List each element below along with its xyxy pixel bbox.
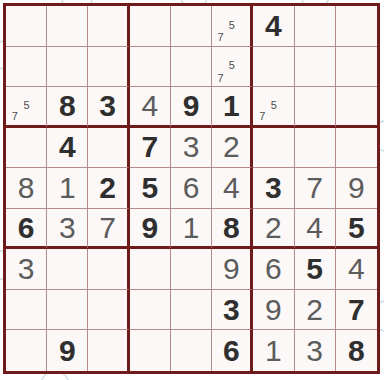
cell-r9c4[interactable]: [130, 330, 171, 371]
cell-r2c3[interactable]: [88, 47, 129, 88]
cell-r4c5[interactable]: 3: [171, 128, 212, 169]
cell-r6c7[interactable]: 2: [253, 209, 294, 250]
pencil-slot-3: [280, 88, 292, 100]
pencil-slot-8: [226, 72, 237, 84]
entered-digit: 4: [348, 254, 365, 284]
cell-r5c2[interactable]: 1: [47, 168, 88, 209]
cell-r9c3[interactable]: [88, 330, 129, 371]
cell-r3c4[interactable]: 4: [130, 87, 171, 128]
cell-r7c3[interactable]: [88, 249, 129, 290]
cell-r1c9[interactable]: [336, 6, 377, 47]
cell-r3c1[interactable]: 57: [6, 87, 47, 128]
cell-r9c7[interactable]: 1: [253, 330, 294, 371]
cell-r7c2[interactable]: [47, 249, 88, 290]
entered-digit: 7: [99, 213, 116, 243]
pencil-slot-3: [237, 48, 248, 60]
pencil-marks: 57: [9, 88, 44, 123]
cell-r6c8[interactable]: 4: [295, 209, 336, 250]
cell-r8c1[interactable]: [6, 290, 47, 331]
cell-r9c9[interactable]: 8: [336, 330, 377, 371]
pencil-slot-1: [256, 88, 268, 100]
pencil-slot-9: [32, 111, 44, 123]
entered-digit: 3: [306, 336, 323, 366]
given-digit: 2: [99, 173, 116, 203]
pencil-slot-4: [215, 19, 226, 31]
pencil-slot-7: 7: [9, 111, 21, 123]
pencil-slot-2: [21, 88, 33, 100]
cell-r2c5[interactable]: [171, 47, 212, 88]
cell-r6c5[interactable]: 1: [171, 209, 212, 250]
pencil-slot-7: 7: [256, 111, 268, 123]
cell-r1c6[interactable]: 57: [212, 6, 253, 47]
sudoku-board: 5745757834915747328125643796379182453965…: [3, 3, 380, 374]
cell-r7c5[interactable]: [171, 249, 212, 290]
pencil-slot-9: [280, 111, 292, 123]
cell-r9c5[interactable]: [171, 330, 212, 371]
cell-r5c6[interactable]: 4: [212, 168, 253, 209]
entered-digit: 4: [141, 91, 158, 121]
pencil-slot-8: [268, 111, 280, 123]
given-digit: 3: [265, 173, 282, 203]
entered-digit: 6: [265, 254, 282, 284]
cell-r1c5[interactable]: [171, 6, 212, 47]
entered-digit: 3: [18, 254, 35, 284]
cell-r8c3[interactable]: [88, 290, 129, 331]
cell-r2c2[interactable]: [47, 47, 88, 88]
cell-r8c6[interactable]: 3: [212, 290, 253, 331]
entered-digit: 9: [265, 295, 282, 325]
cell-r4c2[interactable]: 4: [47, 128, 88, 169]
pencil-marks: 57: [215, 48, 248, 85]
given-digit: 7: [348, 295, 365, 325]
cell-r3c8[interactable]: [295, 87, 336, 128]
cell-r3c2[interactable]: 8: [47, 87, 88, 128]
pencil-marks: 57: [256, 88, 291, 123]
pencil-slot-1: [215, 7, 226, 19]
cell-r5c5[interactable]: 6: [171, 168, 212, 209]
cell-r1c7[interactable]: 4: [253, 6, 294, 47]
cell-r4c8[interactable]: [295, 128, 336, 169]
cell-r2c6[interactable]: 57: [212, 47, 253, 88]
cell-r1c1[interactable]: [6, 6, 47, 47]
given-digit: 6: [18, 213, 35, 243]
cell-r4c7[interactable]: [253, 128, 294, 169]
cell-r8c8[interactable]: 2: [295, 290, 336, 331]
given-digit: 1: [223, 91, 240, 121]
entered-digit: 4: [306, 213, 323, 243]
cell-r7c7[interactable]: 6: [253, 249, 294, 290]
pencil-slot-5: 5: [226, 19, 237, 31]
entered-digit: 4: [223, 173, 240, 203]
given-digit: 8: [223, 213, 240, 243]
given-digit: 3: [99, 91, 116, 121]
cell-r8c7[interactable]: 9: [253, 290, 294, 331]
given-digit: 4: [265, 11, 282, 41]
cell-r8c2[interactable]: [47, 290, 88, 331]
cell-r7c9[interactable]: 4: [336, 249, 377, 290]
cell-r7c1[interactable]: 3: [6, 249, 47, 290]
cell-r5c4[interactable]: 5: [130, 168, 171, 209]
cell-r7c8[interactable]: 5: [295, 249, 336, 290]
entered-digit: 3: [59, 213, 76, 243]
cell-r8c4[interactable]: [130, 290, 171, 331]
given-digit: 3: [223, 295, 240, 325]
pencil-slot-8: [226, 31, 237, 43]
given-digit: 4: [59, 132, 76, 162]
cell-r9c6[interactable]: 6: [212, 330, 253, 371]
pencil-slot-7: 7: [215, 72, 226, 84]
given-digit: 5: [141, 173, 158, 203]
entered-digit: 1: [59, 173, 76, 203]
cell-r5c1[interactable]: 8: [6, 168, 47, 209]
pencil-slot-5: 5: [21, 100, 33, 112]
entered-digit: 9: [348, 173, 365, 203]
cell-r3c6[interactable]: 1: [212, 87, 253, 128]
pencil-slot-6: [237, 19, 248, 31]
cell-r6c4[interactable]: 9: [130, 209, 171, 250]
pencil-slot-9: [237, 72, 248, 84]
cell-r5c3[interactable]: 2: [88, 168, 129, 209]
cell-r2c8[interactable]: [295, 47, 336, 88]
pencil-slot-6: [32, 100, 44, 112]
cell-r5c7[interactable]: 3: [253, 168, 294, 209]
cell-r3c9[interactable]: [336, 87, 377, 128]
cell-r4c4[interactable]: 7: [130, 128, 171, 169]
cell-r6c9[interactable]: 5: [336, 209, 377, 250]
cell-r1c2[interactable]: [47, 6, 88, 47]
given-digit: 9: [183, 91, 200, 121]
cell-r4c3[interactable]: [88, 128, 129, 169]
entered-digit: 3: [183, 132, 200, 162]
cell-r7c6[interactable]: 9: [212, 249, 253, 290]
given-digit: 8: [348, 336, 365, 366]
pencil-slot-3: [237, 7, 248, 19]
pencil-slot-5: 5: [268, 100, 280, 112]
pencil-slot-9: [237, 31, 248, 43]
cell-r7c4[interactable]: [130, 249, 171, 290]
cell-r1c3[interactable]: [88, 6, 129, 47]
given-digit: 5: [348, 213, 365, 243]
cell-r8c9[interactable]: 7: [336, 290, 377, 331]
cell-r4c1[interactable]: [6, 128, 47, 169]
pencil-slot-1: [9, 88, 21, 100]
entered-digit: 1: [183, 213, 200, 243]
pencil-slot-2: [226, 7, 237, 19]
cell-r6c3[interactable]: 7: [88, 209, 129, 250]
entered-digit: 9: [223, 254, 240, 284]
pencil-slot-3: [32, 88, 44, 100]
cell-r9c2[interactable]: 9: [47, 330, 88, 371]
entered-digit: 2: [265, 213, 282, 243]
cell-r3c5[interactable]: 9: [171, 87, 212, 128]
given-digit: 9: [59, 336, 76, 366]
pencil-slot-1: [215, 48, 226, 60]
entered-digit: 7: [306, 173, 323, 203]
pencil-slot-6: [280, 100, 292, 112]
entered-digit: 1: [265, 336, 282, 366]
given-digit: 8: [59, 91, 76, 121]
given-digit: 7: [141, 132, 158, 162]
cell-r2c7[interactable]: [253, 47, 294, 88]
entered-digit: 8: [18, 173, 35, 203]
cell-r1c8[interactable]: [295, 6, 336, 47]
pencil-slot-5: 5: [226, 60, 237, 72]
cell-r2c1[interactable]: [6, 47, 47, 88]
entered-digit: 6: [183, 173, 200, 203]
given-digit: 6: [223, 336, 240, 366]
cell-r3c7[interactable]: 57: [253, 87, 294, 128]
pencil-slot-6: [237, 60, 248, 72]
cell-r5c9[interactable]: 9: [336, 168, 377, 209]
cell-r2c4[interactable]: [130, 47, 171, 88]
cell-r9c1[interactable]: [6, 330, 47, 371]
pencil-slot-4: [215, 60, 226, 72]
cell-r9c8[interactable]: 3: [295, 330, 336, 371]
given-digit: 9: [141, 213, 158, 243]
entered-digit: 2: [306, 295, 323, 325]
cell-r4c9[interactable]: [336, 128, 377, 169]
cell-r6c6[interactable]: 8: [212, 209, 253, 250]
given-digit: 5: [306, 254, 323, 284]
cell-r5c8[interactable]: 7: [295, 168, 336, 209]
pencil-marks: 57: [215, 7, 248, 44]
cell-r8c5[interactable]: [171, 290, 212, 331]
pencil-slot-2: [226, 48, 237, 60]
entered-digit: 2: [223, 132, 240, 162]
cell-r2c9[interactable]: [336, 47, 377, 88]
cell-r6c1[interactable]: 6: [6, 209, 47, 250]
pencil-slot-2: [268, 88, 280, 100]
cell-r6c2[interactable]: 3: [47, 209, 88, 250]
cell-r4c6[interactable]: 2: [212, 128, 253, 169]
cell-r1c4[interactable]: [130, 6, 171, 47]
pencil-slot-8: [21, 111, 33, 123]
pencil-slot-7: 7: [215, 31, 226, 43]
cell-r3c3[interactable]: 3: [88, 87, 129, 128]
